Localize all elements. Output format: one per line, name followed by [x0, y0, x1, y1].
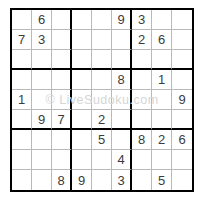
cell-r4c3[interactable]	[52, 70, 72, 90]
cell-r5c9[interactable]: 9	[172, 90, 192, 110]
cell-r9c7[interactable]	[132, 170, 152, 190]
cell-r1c3[interactable]	[52, 10, 72, 30]
cell-r3c5[interactable]	[92, 50, 112, 70]
cell-r1c1[interactable]	[12, 10, 32, 30]
cell-r5c6[interactable]	[112, 90, 132, 110]
cell-r7c4[interactable]	[72, 130, 92, 150]
cell-r4c6[interactable]: 8	[112, 70, 132, 90]
cell-r5c4[interactable]	[72, 90, 92, 110]
cell-r7c1[interactable]	[12, 130, 32, 150]
cell-r2c5[interactable]	[92, 30, 112, 50]
cell-r4c8[interactable]: 1	[152, 70, 172, 90]
sudoku-board: © LiveSudoku.com 69373268119972582648935	[10, 8, 194, 192]
cell-r4c1[interactable]	[12, 70, 32, 90]
cell-r8c2[interactable]	[32, 150, 52, 170]
cell-r1c6[interactable]: 9	[112, 10, 132, 30]
cell-r8c8[interactable]	[152, 150, 172, 170]
cell-r3c9[interactable]	[172, 50, 192, 70]
cell-r6c1[interactable]	[12, 110, 32, 130]
cell-r1c8[interactable]	[152, 10, 172, 30]
cell-r1c7[interactable]: 3	[132, 10, 152, 30]
cell-r5c7[interactable]	[132, 90, 152, 110]
cell-r9c3[interactable]: 8	[52, 170, 72, 190]
cell-r6c9[interactable]	[172, 110, 192, 130]
cell-r8c9[interactable]	[172, 150, 192, 170]
cell-r2c2[interactable]: 3	[32, 30, 52, 50]
cell-r6c5[interactable]: 2	[92, 110, 112, 130]
cell-r3c2[interactable]	[32, 50, 52, 70]
cell-r6c8[interactable]	[152, 110, 172, 130]
cell-r3c4[interactable]	[72, 50, 92, 70]
cell-r5c2[interactable]	[32, 90, 52, 110]
cell-r7c8[interactable]: 2	[152, 130, 172, 150]
cell-r9c4[interactable]: 9	[72, 170, 92, 190]
cell-r5c3[interactable]	[52, 90, 72, 110]
cell-r6c2[interactable]: 9	[32, 110, 52, 130]
cell-r7c2[interactable]	[32, 130, 52, 150]
cell-r7c6[interactable]	[112, 130, 132, 150]
cell-r6c6[interactable]	[112, 110, 132, 130]
cell-r7c3[interactable]	[52, 130, 72, 150]
cell-r4c2[interactable]	[32, 70, 52, 90]
cell-r4c5[interactable]	[92, 70, 112, 90]
cell-r9c2[interactable]	[32, 170, 52, 190]
cell-r8c3[interactable]	[52, 150, 72, 170]
cell-r7c9[interactable]: 6	[172, 130, 192, 150]
cell-r9c9[interactable]	[172, 170, 192, 190]
cell-r6c4[interactable]	[72, 110, 92, 130]
cell-r8c5[interactable]	[92, 150, 112, 170]
cell-r8c1[interactable]	[12, 150, 32, 170]
cell-r8c4[interactable]	[72, 150, 92, 170]
cell-r1c4[interactable]	[72, 10, 92, 30]
cell-r3c3[interactable]	[52, 50, 72, 70]
cell-r9c8[interactable]: 5	[152, 170, 172, 190]
cell-r2c1[interactable]: 7	[12, 30, 32, 50]
cell-r3c1[interactable]	[12, 50, 32, 70]
cell-r9c1[interactable]	[12, 170, 32, 190]
cell-r6c3[interactable]: 7	[52, 110, 72, 130]
cell-r9c6[interactable]: 3	[112, 170, 132, 190]
cell-r1c2[interactable]: 6	[32, 10, 52, 30]
cell-r5c1[interactable]: 1	[12, 90, 32, 110]
cell-r2c4[interactable]	[72, 30, 92, 50]
cell-r9c5[interactable]	[92, 170, 112, 190]
cell-r8c7[interactable]	[132, 150, 152, 170]
cell-r4c4[interactable]	[72, 70, 92, 90]
cell-r2c6[interactable]	[112, 30, 132, 50]
cell-r6c7[interactable]	[132, 110, 152, 130]
cell-r1c5[interactable]	[92, 10, 112, 30]
cell-r2c3[interactable]	[52, 30, 72, 50]
cell-r8c6[interactable]: 4	[112, 150, 132, 170]
cell-r4c9[interactable]	[172, 70, 192, 90]
cell-r5c8[interactable]	[152, 90, 172, 110]
cell-r3c7[interactable]	[132, 50, 152, 70]
cell-r3c8[interactable]	[152, 50, 172, 70]
cell-r2c7[interactable]: 2	[132, 30, 152, 50]
cell-r2c9[interactable]	[172, 30, 192, 50]
cell-r4c7[interactable]	[132, 70, 152, 90]
cell-r1c9[interactable]	[172, 10, 192, 30]
cell-r7c7[interactable]: 8	[132, 130, 152, 150]
cell-r5c5[interactable]	[92, 90, 112, 110]
cell-r3c6[interactable]	[112, 50, 132, 70]
cell-r7c5[interactable]: 5	[92, 130, 112, 150]
sudoku-board-wrapper: © LiveSudoku.com 69373268119972582648935	[10, 8, 190, 188]
cell-r2c8[interactable]: 6	[152, 30, 172, 50]
